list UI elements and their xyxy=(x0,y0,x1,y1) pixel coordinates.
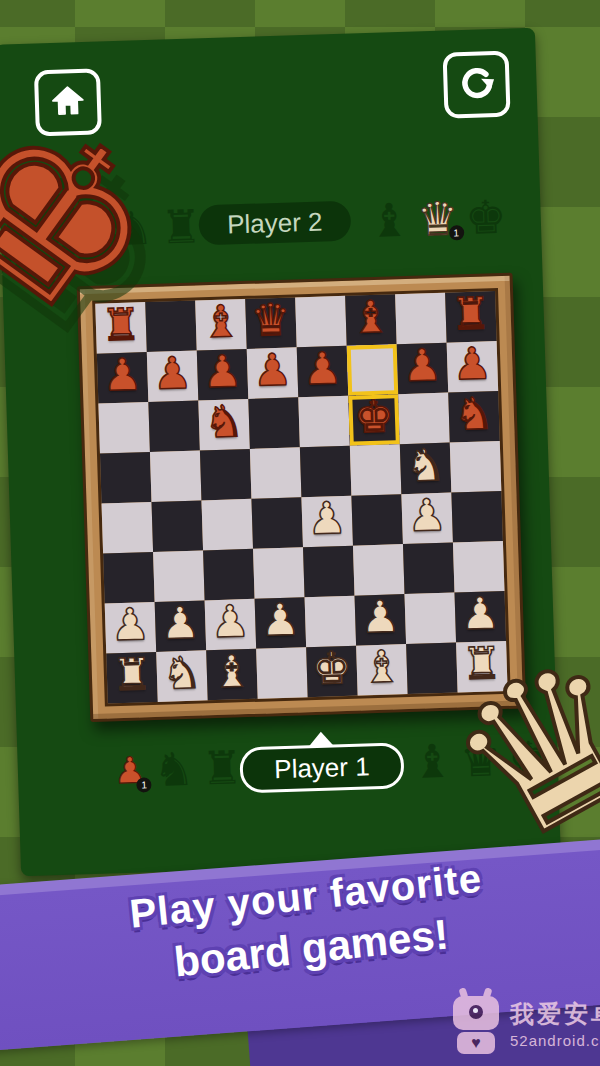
square-c5[interactable] xyxy=(200,449,252,501)
red-q-piece-d8[interactable]: ♛ xyxy=(250,295,291,346)
game-panel: ♟♞♜ Player 2 ♝♛1♚ ♜♝♛♝♜♟♟♟♟♟♟♟♞♚♞♞♟♟♟♟♟♟… xyxy=(0,28,561,877)
player1-tray-right: ♝♛♚ xyxy=(411,728,550,788)
square-f3[interactable] xyxy=(353,544,405,596)
tray-captured-white-q-icon: ♛1 xyxy=(416,192,459,245)
player1-label: Player 1 xyxy=(274,751,370,785)
square-a1[interactable]: ♜ xyxy=(106,652,158,704)
tray-silhouette-r-icon: ♜ xyxy=(201,741,244,794)
home-button[interactable] xyxy=(34,68,102,136)
square-b2[interactable]: ♟ xyxy=(155,600,207,652)
square-b6[interactable] xyxy=(148,400,200,452)
square-c6[interactable]: ♞ xyxy=(198,399,250,451)
app-screen: ♟♞♜ Player 2 ♝♛1♚ ♜♝♛♝♜♟♟♟♟♟♟♟♞♚♞♞♟♟♟♟♟♟… xyxy=(0,0,600,1066)
square-b8[interactable] xyxy=(145,301,197,353)
watermark-domain: 52android.com xyxy=(510,1032,600,1049)
white-k-piece-e1[interactable]: ♚ xyxy=(311,643,352,694)
square-h7[interactable]: ♟ xyxy=(447,341,499,393)
tray-silhouette-q-icon: ♛ xyxy=(459,733,502,786)
red-p-piece-h7[interactable]: ♟ xyxy=(452,338,493,389)
square-a5[interactable] xyxy=(100,452,152,504)
square-f8[interactable]: ♝ xyxy=(345,294,397,346)
square-g1[interactable] xyxy=(406,643,458,695)
square-f7[interactable] xyxy=(347,344,399,396)
square-h4[interactable] xyxy=(451,491,503,543)
square-h6[interactable]: ♞ xyxy=(448,391,500,443)
tray-silhouette-k-icon: ♚ xyxy=(507,732,550,785)
chess-board[interactable]: ♜♝♛♝♜♟♟♟♟♟♟♟♞♚♞♞♟♟♟♟♟♟♟♟♜♞♝♚♝♜ xyxy=(92,288,511,707)
square-b5[interactable] xyxy=(150,450,202,502)
square-h8[interactable]: ♜ xyxy=(445,291,497,343)
square-g2[interactable] xyxy=(405,593,457,645)
white-p-piece-d2[interactable]: ♟ xyxy=(260,594,301,645)
tray-silhouette-n-icon: ♞ xyxy=(111,202,154,255)
tray-silhouette-p-icon: ♟ xyxy=(72,203,106,256)
restart-button[interactable] xyxy=(443,51,511,119)
square-g8[interactable] xyxy=(395,293,447,345)
white-n-piece-g5[interactable]: ♞ xyxy=(405,440,446,491)
square-h5[interactable] xyxy=(450,441,502,493)
square-g6[interactable] xyxy=(398,393,450,445)
square-e6[interactable] xyxy=(298,396,350,448)
red-b-piece-f8[interactable]: ♝ xyxy=(350,291,391,342)
square-c2[interactable]: ♟ xyxy=(205,599,257,651)
square-c3[interactable] xyxy=(203,549,255,601)
square-c1[interactable]: ♝ xyxy=(206,649,258,701)
red-p-piece-c7[interactable]: ♟ xyxy=(202,346,243,397)
square-g3[interactable] xyxy=(403,543,455,595)
square-a7[interactable]: ♟ xyxy=(97,352,149,404)
red-n-piece-c6[interactable]: ♞ xyxy=(204,396,245,447)
white-p-piece-b2[interactable]: ♟ xyxy=(160,598,201,649)
red-n-piece-h6[interactable]: ♞ xyxy=(453,388,494,439)
red-p-piece-e7[interactable]: ♟ xyxy=(302,343,343,394)
watermark-logo: ♥ 我爱安卓 52android.com xyxy=(450,990,600,1056)
square-g4[interactable]: ♟ xyxy=(401,493,453,545)
white-p-piece-f2[interactable]: ♟ xyxy=(360,591,401,642)
square-c7[interactable]: ♟ xyxy=(197,349,249,401)
square-e5[interactable] xyxy=(300,446,352,498)
player1-row: ♟1♞♜ Player 1 ♝♛♚ xyxy=(17,727,559,802)
red-r-piece-h8[interactable]: ♜ xyxy=(450,288,491,339)
red-p-piece-g7[interactable]: ♟ xyxy=(402,340,443,391)
captured-count-badge: 1 xyxy=(136,777,151,792)
square-d3[interactable] xyxy=(253,547,305,599)
square-e7[interactable]: ♟ xyxy=(297,346,349,398)
white-b-piece-f1[interactable]: ♝ xyxy=(361,641,402,692)
square-h2[interactable]: ♟ xyxy=(455,591,507,643)
square-d5[interactable] xyxy=(250,447,302,499)
square-b7[interactable]: ♟ xyxy=(147,351,199,403)
square-f1[interactable]: ♝ xyxy=(356,644,408,696)
square-d1[interactable] xyxy=(256,647,308,699)
square-d6[interactable] xyxy=(248,397,300,449)
square-a8[interactable]: ♜ xyxy=(95,302,147,354)
player2-row: ♟♞♜ Player 2 ♝♛1♚ xyxy=(0,186,542,261)
square-c8[interactable]: ♝ xyxy=(195,299,247,351)
square-g7[interactable]: ♟ xyxy=(397,343,449,395)
player1-label-pill: Player 1 xyxy=(239,742,404,793)
square-a3[interactable] xyxy=(103,552,155,604)
player2-label: Player 2 xyxy=(227,206,323,240)
square-c4[interactable] xyxy=(201,499,253,551)
captured-count-badge: 1 xyxy=(448,225,463,240)
square-h3[interactable] xyxy=(453,541,505,593)
white-p-piece-c2[interactable]: ♟ xyxy=(210,596,251,647)
square-a6[interactable] xyxy=(98,402,150,454)
square-f2[interactable]: ♟ xyxy=(355,594,407,646)
white-b-piece-c1[interactable]: ♝ xyxy=(211,646,252,697)
white-p-piece-e4[interactable]: ♟ xyxy=(307,493,348,544)
player1-tray-left: ♟1♞♜ xyxy=(113,737,243,797)
tray-silhouette-k-icon: ♚ xyxy=(464,191,507,244)
red-p-piece-d7[interactable]: ♟ xyxy=(252,345,293,396)
restart-icon xyxy=(456,62,497,107)
square-a4[interactable] xyxy=(102,502,154,554)
square-f5[interactable] xyxy=(350,444,402,496)
tray-silhouette-n-icon: ♞ xyxy=(152,743,195,796)
player2-tray-right: ♝♛1♚ xyxy=(368,187,507,247)
square-g5[interactable]: ♞ xyxy=(400,443,452,495)
square-b1[interactable]: ♞ xyxy=(156,650,208,702)
square-e1[interactable]: ♚ xyxy=(306,646,358,698)
tray-silhouette-b-icon: ♝ xyxy=(411,735,454,788)
square-e4[interactable]: ♟ xyxy=(301,496,353,548)
tray-silhouette-b-icon: ♝ xyxy=(368,194,411,247)
red-p-piece-b7[interactable]: ♟ xyxy=(152,348,193,399)
red-k-piece-f6[interactable]: ♚ xyxy=(353,391,394,442)
red-p-piece-a7[interactable]: ♟ xyxy=(102,349,143,400)
white-p-piece-a2[interactable]: ♟ xyxy=(110,599,151,650)
turn-indicator-triangle xyxy=(308,731,334,747)
red-b-piece-c8[interactable]: ♝ xyxy=(200,296,241,347)
square-d7[interactable]: ♟ xyxy=(247,347,299,399)
player2-tray-left: ♟♞♜ xyxy=(72,196,202,256)
tray-captured-red-p-icon: ♟1 xyxy=(113,744,147,797)
square-f6[interactable]: ♚ xyxy=(348,394,400,446)
square-h1[interactable]: ♜ xyxy=(456,641,508,693)
home-icon xyxy=(47,80,88,125)
tray-silhouette-r-icon: ♜ xyxy=(160,200,203,253)
white-n-piece-b1[interactable]: ♞ xyxy=(161,648,202,699)
square-e2[interactable] xyxy=(305,596,357,648)
square-b3[interactable] xyxy=(153,550,205,602)
robot-mascot-icon: ♥ xyxy=(450,990,502,1056)
square-d8[interactable]: ♛ xyxy=(245,297,297,349)
square-b4[interactable] xyxy=(152,500,204,552)
watermark-title: 我爱安卓 xyxy=(510,998,600,1030)
chess-board-frame: ♜♝♛♝♜♟♟♟♟♟♟♟♞♚♞♞♟♟♟♟♟♟♟♟♜♞♝♚♝♜ xyxy=(77,273,526,722)
white-r-piece-h1[interactable]: ♜ xyxy=(461,638,502,689)
square-f4[interactable] xyxy=(351,494,403,546)
square-e3[interactable] xyxy=(303,546,355,598)
square-a2[interactable]: ♟ xyxy=(105,602,157,654)
white-p-piece-h2[interactable]: ♟ xyxy=(460,588,501,639)
square-d2[interactable]: ♟ xyxy=(255,597,307,649)
white-p-piece-g4[interactable]: ♟ xyxy=(407,490,448,541)
white-r-piece-a1[interactable]: ♜ xyxy=(111,649,152,700)
square-e8[interactable] xyxy=(295,296,347,348)
red-r-piece-a8[interactable]: ♜ xyxy=(100,299,141,350)
player2-label-pill: Player 2 xyxy=(198,201,351,246)
square-d4[interactable] xyxy=(251,497,303,549)
